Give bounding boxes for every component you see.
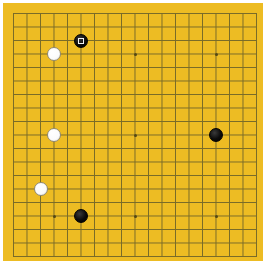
go-grid[interactable]: ●○○●○● bbox=[13, 13, 257, 257]
star-point bbox=[215, 53, 218, 56]
star-point bbox=[134, 134, 137, 137]
white-stone: ○ bbox=[47, 128, 61, 142]
go-board[interactable]: ●○○●○● bbox=[3, 3, 263, 261]
star-point bbox=[215, 215, 218, 218]
board-frame: ●○○●○● bbox=[0, 0, 270, 267]
star-point bbox=[134, 215, 137, 218]
white-stone: ○ bbox=[34, 182, 48, 196]
black-stone: ● bbox=[74, 34, 88, 48]
black-stone: ● bbox=[209, 128, 223, 142]
last-move-square-icon bbox=[78, 38, 84, 44]
star-point bbox=[134, 53, 137, 56]
black-stone: ● bbox=[74, 209, 88, 223]
white-stone: ○ bbox=[47, 47, 61, 61]
star-point bbox=[53, 215, 56, 218]
